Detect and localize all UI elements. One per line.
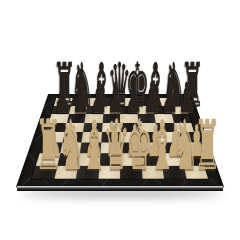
- square-e7: [120, 106, 137, 114]
- square-g6: [154, 114, 173, 123]
- square-e3: [120, 142, 140, 153]
- square-h7: [170, 106, 189, 114]
- square-c7: [86, 106, 104, 114]
- square-f4: [139, 132, 159, 142]
- square-g4: [157, 132, 178, 142]
- square-c6: [84, 114, 102, 123]
- square-h5: [173, 123, 194, 132]
- square-e1: [120, 165, 142, 178]
- square-g8: [152, 98, 170, 106]
- square-f6: [137, 114, 155, 123]
- square-b4: [62, 132, 83, 142]
- square-b1: [54, 165, 78, 178]
- square-e2: [120, 153, 141, 165]
- square-f3: [139, 142, 160, 153]
- square-d2: [99, 153, 120, 165]
- square-d8: [103, 98, 120, 106]
- square-b8: [70, 98, 88, 106]
- square-c1: [76, 165, 99, 178]
- square-g3: [159, 142, 181, 153]
- square-b2: [57, 153, 80, 165]
- square-e6: [120, 114, 138, 123]
- product-photo: ♜♞♝♛♚♝♞♜ ♟♟♟♟♟♟♟♟ ♟♟♟♟♟♟♟♟ ♜♞♝♛♚♝♞♜: [0, 0, 240, 240]
- square-d5: [102, 123, 121, 132]
- board-frame: [16, 94, 224, 187]
- square-d6: [102, 114, 120, 123]
- square-b3: [60, 142, 82, 153]
- square-c8: [87, 98, 104, 106]
- square-a8: [54, 98, 72, 106]
- square-a3: [40, 142, 63, 153]
- square-g1: [162, 165, 186, 178]
- square-h2: [180, 153, 204, 165]
- square-h1: [183, 165, 208, 178]
- square-b6: [67, 114, 86, 123]
- square-d7: [103, 106, 120, 114]
- square-a4: [43, 132, 65, 142]
- square-g7: [153, 106, 171, 114]
- square-b7: [69, 106, 87, 114]
- board-edge: [17, 186, 223, 191]
- square-a5: [46, 123, 67, 132]
- square-f7: [137, 106, 155, 114]
- square-f8: [136, 98, 153, 106]
- square-d3: [100, 142, 120, 153]
- square-f5: [138, 123, 157, 132]
- square-h3: [178, 142, 201, 153]
- square-f1: [141, 165, 164, 178]
- square-h8: [168, 98, 186, 106]
- square-c5: [83, 123, 102, 132]
- square-d4: [101, 132, 120, 142]
- square-g5: [156, 123, 176, 132]
- square-a6: [49, 114, 69, 123]
- square-d1: [98, 165, 120, 178]
- square-c4: [81, 132, 101, 142]
- square-h6: [171, 114, 191, 123]
- square-c2: [78, 153, 100, 165]
- square-a7: [51, 106, 70, 114]
- chess-board-grid: [32, 98, 208, 178]
- chess-board: [16, 94, 224, 187]
- square-h4: [176, 132, 198, 142]
- square-c3: [80, 142, 101, 153]
- square-f2: [140, 153, 162, 165]
- square-e8: [120, 98, 137, 106]
- square-e4: [120, 132, 139, 142]
- square-b5: [65, 123, 85, 132]
- square-g2: [160, 153, 183, 165]
- square-a2: [36, 153, 60, 165]
- square-e5: [120, 123, 139, 132]
